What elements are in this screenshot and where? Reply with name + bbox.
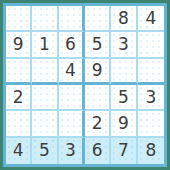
- cell-r1c3[interactable]: [59, 6, 85, 32]
- cell-r6c3[interactable]: 3: [59, 138, 85, 164]
- cell-r2c4[interactable]: 5: [85, 32, 111, 58]
- cell-r5c5[interactable]: 9: [111, 111, 137, 137]
- cell-r1c5[interactable]: 8: [111, 6, 137, 32]
- cell-r2c6[interactable]: [138, 32, 164, 58]
- cell-r2c2[interactable]: 1: [32, 32, 58, 58]
- cell-r4c3[interactable]: [59, 85, 85, 111]
- cell-r3c3[interactable]: 4: [59, 59, 85, 85]
- cell-r2c3[interactable]: 6: [59, 32, 85, 58]
- cell-r4c6[interactable]: 3: [138, 85, 164, 111]
- cell-r6c5[interactable]: 7: [111, 138, 137, 164]
- cell-r3c5[interactable]: [111, 59, 137, 85]
- cell-r4c1[interactable]: 2: [6, 85, 32, 111]
- cell-r3c2[interactable]: [32, 59, 58, 85]
- cell-r5c2[interactable]: [32, 111, 58, 137]
- cell-r1c1[interactable]: [6, 6, 32, 32]
- cell-r5c4[interactable]: 2: [85, 111, 111, 137]
- sudoku-illustration: 84916534925329453678: [0, 0, 170, 170]
- cell-r3c6[interactable]: [138, 59, 164, 85]
- cell-r3c4[interactable]: 9: [85, 59, 111, 85]
- cell-r3c1[interactable]: [6, 59, 32, 85]
- cell-r4c5[interactable]: 5: [111, 85, 137, 111]
- cell-r5c1[interactable]: [6, 111, 32, 137]
- cell-r5c3[interactable]: [59, 111, 85, 137]
- cell-r2c1[interactable]: 9: [6, 32, 32, 58]
- cell-r6c6[interactable]: 8: [138, 138, 164, 164]
- cell-r1c6[interactable]: 4: [138, 6, 164, 32]
- sudoku-board: 84916534925329453678: [3, 3, 167, 167]
- cell-r4c2[interactable]: [32, 85, 58, 111]
- cell-r5c6[interactable]: [138, 111, 164, 137]
- cell-r1c4[interactable]: [85, 6, 111, 32]
- cell-r6c4[interactable]: 6: [85, 138, 111, 164]
- cell-r6c1[interactable]: 4: [6, 138, 32, 164]
- cell-r2c5[interactable]: 3: [111, 32, 137, 58]
- cell-r1c2[interactable]: [32, 6, 58, 32]
- cell-r6c2[interactable]: 5: [32, 138, 58, 164]
- cell-r4c4[interactable]: [85, 85, 111, 111]
